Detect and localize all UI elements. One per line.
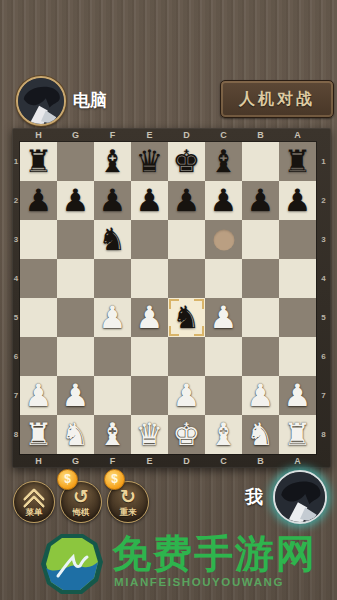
rank-label: 3 (12, 220, 20, 259)
square-B8[interactable]: ♞ (242, 415, 279, 454)
square-A2[interactable]: ♟ (279, 181, 316, 220)
rank-label: 7 (12, 376, 20, 415)
square-C3[interactable] (205, 220, 242, 259)
square-D8[interactable]: ♚ (168, 415, 205, 454)
rank-label: 6 (12, 337, 20, 376)
black-pawn: ♟ (168, 181, 205, 220)
square-A5[interactable] (279, 298, 316, 337)
square-C4[interactable] (205, 259, 242, 298)
black-rook: ♜ (279, 142, 316, 181)
square-A7[interactable]: ♟ (279, 376, 316, 415)
white-knight: ♞ (242, 415, 279, 454)
square-G3[interactable] (57, 220, 94, 259)
rank-labels-right: 12345678 (316, 142, 331, 454)
square-D2[interactable]: ♟ (168, 181, 205, 220)
player-name: 我 (245, 485, 263, 509)
file-label: A (279, 128, 316, 142)
square-A3[interactable] (279, 220, 316, 259)
square-D3[interactable] (168, 220, 205, 259)
square-C8[interactable]: ♝ (205, 415, 242, 454)
restart-button-label: 重来 (108, 507, 148, 519)
square-B5[interactable] (242, 298, 279, 337)
square-B6[interactable] (242, 337, 279, 376)
square-F3[interactable]: ♞ (94, 220, 131, 259)
square-H4[interactable] (20, 259, 57, 298)
square-H2[interactable]: ♟ (20, 181, 57, 220)
square-F4[interactable] (94, 259, 131, 298)
square-H1[interactable]: ♜ (20, 142, 57, 181)
square-C1[interactable]: ♝ (205, 142, 242, 181)
square-A8[interactable]: ♜ (279, 415, 316, 454)
rank-label: 7 (316, 376, 331, 415)
watermark-subtitle: MIANFEISHOUYOUWANG (114, 576, 284, 588)
square-C7[interactable] (205, 376, 242, 415)
black-pawn: ♟ (205, 181, 242, 220)
square-B4[interactable] (242, 259, 279, 298)
watermark-title: 免费手游网 (112, 527, 317, 581)
file-label: F (94, 454, 131, 468)
square-E5[interactable]: ♟ (131, 298, 168, 337)
square-B2[interactable]: ♟ (242, 181, 279, 220)
square-C2[interactable]: ♟ (205, 181, 242, 220)
square-E8[interactable]: ♛ (131, 415, 168, 454)
square-G2[interactable]: ♟ (57, 181, 94, 220)
file-label: D (168, 128, 205, 142)
square-A4[interactable] (279, 259, 316, 298)
white-rook: ♜ (20, 415, 57, 454)
file-label: D (168, 454, 205, 468)
file-label: G (57, 454, 94, 468)
file-label: C (205, 454, 242, 468)
black-king: ♚ (168, 142, 205, 181)
white-pawn: ♟ (94, 298, 131, 337)
white-bishop: ♝ (205, 415, 242, 454)
rank-label: 1 (316, 142, 331, 181)
watermark-logo (40, 532, 104, 594)
square-D6[interactable] (168, 337, 205, 376)
board-grid: ♜♝♛♚♝♜♟♟♟♟♟♟♟♟♞♟♟♞♟♟♟♟♟♟♜♞♝♛♚♝♞♜ (20, 142, 316, 454)
square-E3[interactable] (131, 220, 168, 259)
coin-cost-icon: $ (57, 469, 78, 490)
rank-label: 8 (316, 415, 331, 454)
white-pawn: ♟ (242, 376, 279, 415)
square-E7[interactable] (131, 376, 168, 415)
rank-label: 4 (12, 259, 20, 298)
black-knight: ♞ (168, 298, 205, 337)
white-pawn: ♟ (168, 376, 205, 415)
square-F1[interactable]: ♝ (94, 142, 131, 181)
white-pawn: ♟ (57, 376, 94, 415)
file-labels-bottom: HGFEDCBA (20, 454, 316, 468)
file-label: E (131, 128, 168, 142)
file-label: A (279, 454, 316, 468)
square-G5[interactable] (57, 298, 94, 337)
file-label: B (242, 128, 279, 142)
rank-label: 2 (316, 181, 331, 220)
file-label: E (131, 454, 168, 468)
black-pawn: ♟ (279, 181, 316, 220)
square-F5[interactable]: ♟ (94, 298, 131, 337)
file-label: H (20, 128, 57, 142)
white-pawn: ♟ (131, 298, 168, 337)
square-G1[interactable] (57, 142, 94, 181)
square-H8[interactable]: ♜ (20, 415, 57, 454)
rank-label: 4 (316, 259, 331, 298)
square-B3[interactable] (242, 220, 279, 259)
rank-label: 5 (316, 298, 331, 337)
rank-label: 1 (12, 142, 20, 181)
game-mode-label: 人机对战 (239, 89, 315, 110)
undo-button-label: 悔棋 (61, 507, 101, 519)
square-G7[interactable]: ♟ (57, 376, 94, 415)
square-A1[interactable]: ♜ (279, 142, 316, 181)
opponent-name: 电脑 (73, 89, 107, 112)
player-avatar-image (275, 472, 325, 522)
app-screen: 电脑 人机对战 HGFEDCBA 12345678 12345678 ♜♝♛♚♝… (0, 0, 337, 600)
rank-label: 5 (12, 298, 20, 337)
file-label: G (57, 128, 94, 142)
black-pawn: ♟ (131, 181, 168, 220)
black-bishop: ♝ (205, 142, 242, 181)
square-C5[interactable]: ♟ (205, 298, 242, 337)
watermark-logo-image (40, 532, 104, 596)
player-avatar (273, 470, 327, 524)
menu-button[interactable]: 菜单 (13, 481, 55, 523)
rank-labels-left: 12345678 (12, 142, 20, 454)
square-C6[interactable] (205, 337, 242, 376)
coin-cost-icon: $ (104, 469, 125, 490)
white-knight: ♞ (57, 415, 94, 454)
white-pawn: ♟ (205, 298, 242, 337)
square-D7[interactable]: ♟ (168, 376, 205, 415)
square-E2[interactable]: ♟ (131, 181, 168, 220)
rank-label: 3 (316, 220, 331, 259)
square-F2[interactable]: ♟ (94, 181, 131, 220)
square-G6[interactable] (57, 337, 94, 376)
file-label: B (242, 454, 279, 468)
square-H3[interactable] (20, 220, 57, 259)
square-H6[interactable] (20, 337, 57, 376)
black-knight: ♞ (94, 220, 131, 259)
menu-button-label: 菜单 (14, 507, 54, 519)
chess-board: HGFEDCBA 12345678 12345678 ♜♝♛♚♝♜♟♟♟♟♟♟♟… (12, 128, 331, 468)
square-G4[interactable] (57, 259, 94, 298)
black-pawn: ♟ (242, 181, 279, 220)
file-label: H (20, 454, 57, 468)
square-B7[interactable]: ♟ (242, 376, 279, 415)
square-B1[interactable] (242, 142, 279, 181)
square-F6[interactable] (94, 337, 131, 376)
white-king: ♚ (168, 415, 205, 454)
square-D5[interactable]: ♞ (168, 298, 205, 337)
black-pawn: ♟ (94, 181, 131, 220)
square-G8[interactable]: ♞ (57, 415, 94, 454)
square-E4[interactable] (131, 259, 168, 298)
square-F7[interactable] (94, 376, 131, 415)
square-E1[interactable]: ♛ (131, 142, 168, 181)
white-rook: ♜ (279, 415, 316, 454)
square-F8[interactable]: ♝ (94, 415, 131, 454)
black-queen: ♛ (131, 142, 168, 181)
black-pawn: ♟ (20, 181, 57, 220)
black-bishop: ♝ (94, 142, 131, 181)
opponent-avatar-image (18, 78, 64, 124)
game-mode-badge: 人机对战 (220, 80, 334, 118)
rank-label: 2 (12, 181, 20, 220)
square-D1[interactable]: ♚ (168, 142, 205, 181)
black-rook: ♜ (20, 142, 57, 181)
rank-label: 8 (12, 415, 20, 454)
black-pawn: ♟ (57, 181, 94, 220)
white-bishop: ♝ (94, 415, 131, 454)
file-label: C (205, 128, 242, 142)
file-label: F (94, 128, 131, 142)
square-D4[interactable] (168, 259, 205, 298)
white-queen: ♛ (131, 415, 168, 454)
white-pawn: ♟ (20, 376, 57, 415)
rank-label: 6 (316, 337, 331, 376)
square-H5[interactable] (20, 298, 57, 337)
white-pawn: ♟ (279, 376, 316, 415)
opponent-avatar (16, 76, 66, 126)
square-E6[interactable] (131, 337, 168, 376)
square-H7[interactable]: ♟ (20, 376, 57, 415)
file-labels-top: HGFEDCBA (20, 128, 316, 142)
square-A6[interactable] (279, 337, 316, 376)
